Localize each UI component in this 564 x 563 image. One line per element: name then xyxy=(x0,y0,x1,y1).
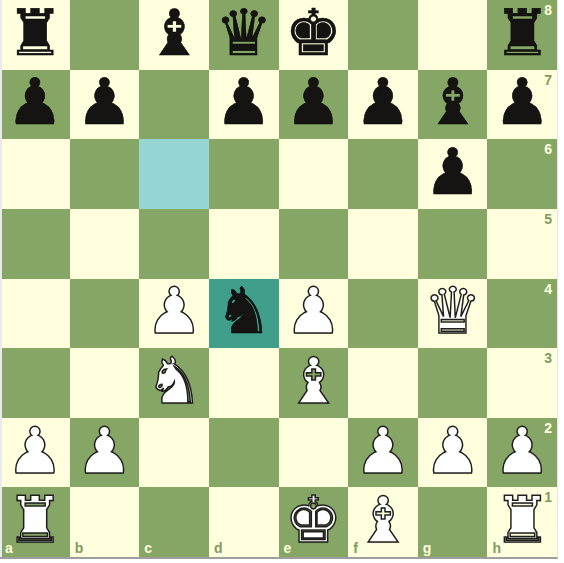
square-e5[interactable] xyxy=(279,209,349,279)
piece-white-pawn[interactable]: ♟ xyxy=(494,419,551,483)
square-b5[interactable] xyxy=(70,209,140,279)
piece-white-king[interactable]: ♚ xyxy=(285,488,342,552)
square-e1[interactable]: ♚e xyxy=(279,487,349,557)
piece-black-pawn[interactable]: ♟ xyxy=(76,70,133,134)
piece-white-pawn[interactable]: ♟ xyxy=(6,419,63,483)
square-a5[interactable] xyxy=(0,209,70,279)
piece-black-bishop[interactable]: ♝ xyxy=(424,70,481,134)
square-g5[interactable] xyxy=(418,209,488,279)
board-left-edge xyxy=(0,0,2,557)
square-c7[interactable] xyxy=(139,70,209,140)
coord-rank-6: 6 xyxy=(544,141,552,157)
square-f4[interactable] xyxy=(348,279,418,349)
square-b2[interactable]: ♟ xyxy=(70,418,140,488)
piece-black-rook[interactable]: ♜ xyxy=(494,1,551,65)
square-a8[interactable]: ♜ xyxy=(0,0,70,70)
coord-file-d: d xyxy=(214,540,223,556)
coord-file-b: b xyxy=(75,540,84,556)
square-c1[interactable]: c xyxy=(139,487,209,557)
square-b7[interactable]: ♟ xyxy=(70,70,140,140)
coord-rank-4: 4 xyxy=(544,281,552,297)
coord-rank-5: 5 xyxy=(544,211,552,227)
square-h8[interactable]: ♜8 xyxy=(487,0,557,70)
piece-black-queen[interactable]: ♛ xyxy=(215,1,272,65)
square-c4[interactable]: ♟ xyxy=(139,279,209,349)
square-b4[interactable] xyxy=(70,279,140,349)
piece-white-pawn[interactable]: ♟ xyxy=(354,419,411,483)
square-b1[interactable]: b xyxy=(70,487,140,557)
square-e7[interactable]: ♟ xyxy=(279,70,349,140)
piece-black-king[interactable]: ♚ xyxy=(285,1,342,65)
square-b6[interactable] xyxy=(70,139,140,209)
piece-black-pawn[interactable]: ♟ xyxy=(215,70,272,134)
square-h6[interactable]: 6 xyxy=(487,139,557,209)
square-f5[interactable] xyxy=(348,209,418,279)
square-e3[interactable]: ♝ xyxy=(279,348,349,418)
piece-white-pawn[interactable]: ♟ xyxy=(285,279,342,343)
square-d4[interactable]: ♞ xyxy=(209,279,279,349)
square-c5[interactable] xyxy=(139,209,209,279)
square-h3[interactable]: 3 xyxy=(487,348,557,418)
square-f3[interactable] xyxy=(348,348,418,418)
square-b3[interactable] xyxy=(70,348,140,418)
square-c3[interactable]: ♞ xyxy=(139,348,209,418)
square-c8[interactable]: ♝ xyxy=(139,0,209,70)
piece-black-pawn[interactable]: ♟ xyxy=(285,70,342,134)
square-d7[interactable]: ♟ xyxy=(209,70,279,140)
piece-black-rook[interactable]: ♜ xyxy=(6,1,63,65)
square-e6[interactable] xyxy=(279,139,349,209)
piece-black-pawn[interactable]: ♟ xyxy=(494,70,551,134)
square-h7[interactable]: ♟7 xyxy=(487,70,557,140)
square-f6[interactable] xyxy=(348,139,418,209)
piece-white-bishop[interactable]: ♝ xyxy=(354,488,411,552)
square-d8[interactable]: ♛ xyxy=(209,0,279,70)
square-h2[interactable]: ♟2 xyxy=(487,418,557,488)
page: ♜♝♛♚♜8♟♟♟♟♟♝♟7♟65♟♞♟♛4♞♝3♟♟♟♟♟2♜abcd♚e♝f… xyxy=(0,0,564,563)
piece-black-pawn[interactable]: ♟ xyxy=(424,140,481,204)
square-a1[interactable]: ♜a xyxy=(0,487,70,557)
square-g3[interactable] xyxy=(418,348,488,418)
square-c2[interactable] xyxy=(139,418,209,488)
square-f8[interactable] xyxy=(348,0,418,70)
chess-board: ♜♝♛♚♜8♟♟♟♟♟♝♟7♟65♟♞♟♛4♞♝3♟♟♟♟♟2♜abcd♚e♝f… xyxy=(0,0,558,559)
square-d1[interactable]: d xyxy=(209,487,279,557)
square-a3[interactable] xyxy=(0,348,70,418)
piece-black-pawn[interactable]: ♟ xyxy=(6,70,63,134)
square-a7[interactable]: ♟ xyxy=(0,70,70,140)
piece-white-bishop[interactable]: ♝ xyxy=(285,349,342,413)
square-a6[interactable] xyxy=(0,139,70,209)
piece-white-pawn[interactable]: ♟ xyxy=(76,419,133,483)
piece-white-queen[interactable]: ♛ xyxy=(424,279,481,343)
square-f1[interactable]: ♝f xyxy=(348,487,418,557)
square-d3[interactable] xyxy=(209,348,279,418)
square-a4[interactable] xyxy=(0,279,70,349)
square-h1[interactable]: ♜1h xyxy=(487,487,557,557)
square-g7[interactable]: ♝ xyxy=(418,70,488,140)
piece-white-pawn[interactable]: ♟ xyxy=(145,279,202,343)
square-g4[interactable]: ♛ xyxy=(418,279,488,349)
piece-white-rook[interactable]: ♜ xyxy=(494,488,551,552)
square-g6[interactable]: ♟ xyxy=(418,139,488,209)
piece-black-knight[interactable]: ♞ xyxy=(215,279,272,343)
square-g2[interactable]: ♟ xyxy=(418,418,488,488)
piece-white-knight[interactable]: ♞ xyxy=(145,349,202,413)
piece-white-rook[interactable]: ♜ xyxy=(6,488,63,552)
coord-file-c: c xyxy=(144,540,152,556)
square-d6[interactable] xyxy=(209,139,279,209)
square-b8[interactable] xyxy=(70,0,140,70)
square-g1[interactable]: g xyxy=(418,487,488,557)
piece-white-pawn[interactable]: ♟ xyxy=(424,419,481,483)
coord-file-g: g xyxy=(423,540,432,556)
square-d5[interactable] xyxy=(209,209,279,279)
square-c6[interactable] xyxy=(139,139,209,209)
square-h4[interactable]: 4 xyxy=(487,279,557,349)
square-e8[interactable]: ♚ xyxy=(279,0,349,70)
square-f2[interactable]: ♟ xyxy=(348,418,418,488)
square-e4[interactable]: ♟ xyxy=(279,279,349,349)
square-g8[interactable] xyxy=(418,0,488,70)
square-h5[interactable]: 5 xyxy=(487,209,557,279)
piece-black-pawn[interactable]: ♟ xyxy=(354,70,411,134)
square-f7[interactable]: ♟ xyxy=(348,70,418,140)
square-a2[interactable]: ♟ xyxy=(0,418,70,488)
square-d2[interactable] xyxy=(209,418,279,488)
square-e2[interactable] xyxy=(279,418,349,488)
coord-rank-3: 3 xyxy=(544,350,552,366)
piece-black-bishop[interactable]: ♝ xyxy=(145,1,202,65)
